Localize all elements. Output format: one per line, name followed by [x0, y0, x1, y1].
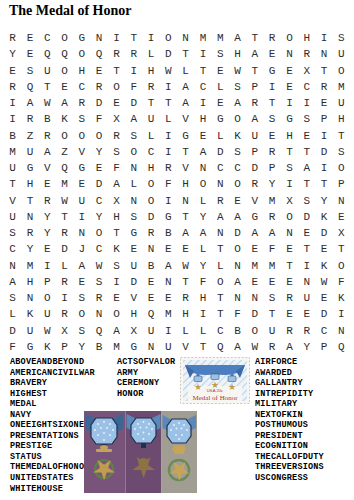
grid-cell-r7c6[interactable]: O	[90, 128, 107, 144]
grid-cell-r11c10[interactable]: I	[160, 193, 177, 209]
grid-cell-r18c16[interactable]: T	[263, 306, 280, 322]
grid-cell-r9c5[interactable]: G	[73, 160, 90, 176]
grid-cell-r14c11[interactable]: E	[177, 241, 194, 257]
grid-cell-r4c8[interactable]: F	[125, 79, 142, 95]
grid-cell-r11c1[interactable]: V	[4, 193, 21, 209]
grid-cell-r7c14[interactable]: K	[229, 128, 246, 144]
grid-cell-r12c4[interactable]: T	[56, 209, 73, 225]
grid-cell-r3c8[interactable]: I	[125, 63, 142, 79]
grid-cell-r16c3[interactable]: P	[39, 274, 56, 290]
grid-cell-r13c16[interactable]: A	[263, 225, 280, 241]
grid-cell-r14c17[interactable]: E	[281, 241, 298, 257]
grid-cell-r8c16[interactable]: R	[263, 144, 280, 160]
grid-cell-r8c9[interactable]: C	[142, 144, 159, 160]
grid-cell-r17c2[interactable]: N	[21, 290, 38, 306]
grid-cell-r10c5[interactable]: E	[73, 176, 90, 192]
grid-cell-r7c9[interactable]: L	[142, 128, 159, 144]
grid-cell-r2c9[interactable]: L	[142, 46, 159, 62]
grid-cell-r2c8[interactable]: R	[125, 46, 142, 62]
grid-cell-r7c3[interactable]: R	[39, 128, 56, 144]
grid-cell-r9c3[interactable]: V	[39, 160, 56, 176]
grid-cell-r10c8[interactable]: L	[125, 176, 142, 192]
grid-cell-r7c18[interactable]: E	[298, 128, 315, 144]
grid-cell-r2c18[interactable]: R	[298, 46, 315, 62]
grid-cell-r8c6[interactable]: Y	[90, 144, 107, 160]
grid-cell-r5c9[interactable]: T	[142, 95, 159, 111]
grid-cell-r6c1[interactable]: I	[4, 111, 21, 127]
grid-cell-r19c18[interactable]: R	[298, 323, 315, 339]
grid-cell-r16c18[interactable]: N	[298, 274, 315, 290]
grid-cell-r14c18[interactable]: T	[298, 241, 315, 257]
grid-cell-r19c6[interactable]: Q	[90, 323, 107, 339]
grid-cell-r7c19[interactable]: I	[315, 128, 332, 144]
grid-cell-r1c9[interactable]: I	[142, 30, 159, 46]
grid-cell-r18c7[interactable]: O	[108, 306, 125, 322]
grid-cell-r9c20[interactable]: O	[333, 160, 350, 176]
grid-cell-r11c16[interactable]: M	[263, 193, 280, 209]
grid-cell-r14c15[interactable]: E	[246, 241, 263, 257]
grid-cell-r19c2[interactable]: U	[21, 323, 38, 339]
grid-cell-r15c6[interactable]: W	[90, 258, 107, 274]
grid-cell-r9c18[interactable]: A	[298, 160, 315, 176]
grid-cell-r19c17[interactable]: R	[281, 323, 298, 339]
grid-cell-r19c7[interactable]: A	[108, 323, 125, 339]
grid-cell-r2c15[interactable]: A	[246, 46, 263, 62]
grid-cell-r13c8[interactable]: G	[125, 225, 142, 241]
grid-cell-r13c20[interactable]: X	[333, 225, 350, 241]
grid-cell-r6c19[interactable]: P	[315, 111, 332, 127]
grid-cell-r2c12[interactable]: I	[194, 46, 211, 62]
grid-cell-r16c8[interactable]: D	[125, 274, 142, 290]
grid-cell-r5c10[interactable]: T	[160, 95, 177, 111]
grid-cell-r19c5[interactable]: S	[73, 323, 90, 339]
grid-cell-r18c8[interactable]: H	[125, 306, 142, 322]
grid-cell-r10c4[interactable]: M	[56, 176, 73, 192]
grid-cell-r14c9[interactable]: N	[142, 241, 159, 257]
grid-cell-r1c6[interactable]: N	[90, 30, 107, 46]
grid-cell-r6c17[interactable]: G	[281, 111, 298, 127]
grid-cell-r20c2[interactable]: G	[21, 339, 38, 355]
grid-cell-r20c18[interactable]: Y	[298, 339, 315, 355]
grid-cell-r1c14[interactable]: A	[229, 30, 246, 46]
grid-cell-r13c11[interactable]: A	[177, 225, 194, 241]
grid-cell-r9c17[interactable]: S	[281, 160, 298, 176]
grid-cell-r14c8[interactable]: E	[125, 241, 142, 257]
grid-cell-r7c7[interactable]: R	[108, 128, 125, 144]
grid-cell-r13c19[interactable]: D	[315, 225, 332, 241]
grid-cell-r14c12[interactable]: L	[194, 241, 211, 257]
grid-cell-r9c13[interactable]: C	[212, 160, 229, 176]
grid-cell-r20c14[interactable]: A	[229, 339, 246, 355]
grid-cell-r5c1[interactable]: I	[4, 95, 21, 111]
grid-cell-r4c6[interactable]: R	[90, 79, 107, 95]
grid-cell-r3c14[interactable]: W	[229, 63, 246, 79]
grid-cell-r12c17[interactable]: O	[281, 209, 298, 225]
grid-cell-r13c2[interactable]: R	[21, 225, 38, 241]
grid-cell-r3c3[interactable]: U	[39, 63, 56, 79]
grid-cell-r11c8[interactable]: N	[125, 193, 142, 209]
grid-cell-r17c9[interactable]: E	[142, 290, 159, 306]
grid-cell-r3c6[interactable]: E	[90, 63, 107, 79]
grid-cell-r18c9[interactable]: Q	[142, 306, 159, 322]
grid-cell-r13c3[interactable]: Y	[39, 225, 56, 241]
grid-cell-r2c14[interactable]: H	[229, 46, 246, 62]
grid-cell-r18c4[interactable]: R	[56, 306, 73, 322]
grid-cell-r5c3[interactable]: W	[39, 95, 56, 111]
grid-cell-r18c3[interactable]: U	[39, 306, 56, 322]
grid-cell-r6c11[interactable]: V	[177, 111, 194, 127]
grid-cell-r11c6[interactable]: C	[90, 193, 107, 209]
grid-cell-r18c2[interactable]: K	[21, 306, 38, 322]
grid-cell-r5c12[interactable]: I	[194, 95, 211, 111]
grid-cell-r6c2[interactable]: R	[21, 111, 38, 127]
grid-cell-r9c14[interactable]: C	[229, 160, 246, 176]
grid-cell-r20c7[interactable]: M	[108, 339, 125, 355]
grid-cell-r9c7[interactable]: F	[108, 160, 125, 176]
grid-cell-r16c10[interactable]: N	[160, 274, 177, 290]
grid-cell-r2c11[interactable]: T	[177, 46, 194, 62]
grid-cell-r17c6[interactable]: R	[90, 290, 107, 306]
grid-cell-r18c13[interactable]: T	[212, 306, 229, 322]
grid-cell-r5c8[interactable]: D	[125, 95, 142, 111]
grid-cell-r1c4[interactable]: O	[56, 30, 73, 46]
grid-cell-r12c18[interactable]: D	[298, 209, 315, 225]
grid-cell-r13c12[interactable]: A	[194, 225, 211, 241]
grid-cell-r7c17[interactable]: H	[281, 128, 298, 144]
grid-cell-r10c12[interactable]: O	[194, 176, 211, 192]
grid-cell-r10c15[interactable]: R	[246, 176, 263, 192]
grid-cell-r18c6[interactable]: N	[90, 306, 107, 322]
grid-cell-r19c11[interactable]: L	[177, 323, 194, 339]
grid-cell-r8c15[interactable]: P	[246, 144, 263, 160]
grid-cell-r8c18[interactable]: T	[298, 144, 315, 160]
grid-cell-r17c1[interactable]: S	[4, 290, 21, 306]
grid-cell-r15c9[interactable]: B	[142, 258, 159, 274]
grid-cell-r5c17[interactable]: I	[281, 95, 298, 111]
grid-cell-r14c10[interactable]: E	[160, 241, 177, 257]
grid-cell-r16c16[interactable]: E	[263, 274, 280, 290]
grid-cell-r2c1[interactable]: Y	[4, 46, 21, 62]
grid-cell-r16c6[interactable]: S	[90, 274, 107, 290]
grid-cell-r17c5[interactable]: S	[73, 290, 90, 306]
grid-cell-r12c3[interactable]: Y	[39, 209, 56, 225]
grid-cell-r3c16[interactable]: G	[263, 63, 280, 79]
grid-cell-r7c8[interactable]: S	[125, 128, 142, 144]
grid-cell-r1c19[interactable]: I	[315, 30, 332, 46]
grid-cell-r13c1[interactable]: S	[4, 225, 21, 241]
grid-cell-r18c20[interactable]: I	[333, 306, 350, 322]
grid-cell-r7c15[interactable]: U	[246, 128, 263, 144]
grid-cell-r15c12[interactable]: Y	[194, 258, 211, 274]
grid-cell-r14c5[interactable]: J	[73, 241, 90, 257]
grid-cell-r17c11[interactable]: R	[177, 290, 194, 306]
grid-cell-r13c7[interactable]: T	[108, 225, 125, 241]
grid-cell-r3c19[interactable]: T	[315, 63, 332, 79]
grid-cell-r12c15[interactable]: G	[246, 209, 263, 225]
grid-cell-r18c1[interactable]: L	[4, 306, 21, 322]
grid-cell-r18c5[interactable]: O	[73, 306, 90, 322]
grid-cell-r2c19[interactable]: N	[315, 46, 332, 62]
grid-cell-r18c19[interactable]: D	[315, 306, 332, 322]
grid-cell-r10c17[interactable]: I	[281, 176, 298, 192]
grid-cell-r14c1[interactable]: C	[4, 241, 21, 257]
grid-cell-r6c14[interactable]: O	[229, 111, 246, 127]
grid-cell-r12c8[interactable]: S	[125, 209, 142, 225]
grid-cell-r6c7[interactable]: X	[108, 111, 125, 127]
grid-cell-r3c17[interactable]: E	[281, 63, 298, 79]
grid-cell-r9c1[interactable]: U	[4, 160, 21, 176]
grid-cell-r1c1[interactable]: R	[4, 30, 21, 46]
grid-cell-r1c2[interactable]: E	[21, 30, 38, 46]
grid-cell-r20c1[interactable]: F	[4, 339, 21, 355]
grid-cell-r20c13[interactable]: Q	[212, 339, 229, 355]
grid-cell-r11c9[interactable]: O	[142, 193, 159, 209]
grid-cell-r4c11[interactable]: A	[177, 79, 194, 95]
grid-cell-r13c15[interactable]: A	[246, 225, 263, 241]
grid-cell-r16c14[interactable]: A	[229, 274, 246, 290]
grid-cell-r1c12[interactable]: M	[194, 30, 211, 46]
grid-cell-r14c3[interactable]: E	[39, 241, 56, 257]
grid-cell-r12c5[interactable]: I	[73, 209, 90, 225]
grid-cell-r16c9[interactable]: E	[142, 274, 159, 290]
grid-cell-r8c17[interactable]: T	[281, 144, 298, 160]
grid-cell-r17c3[interactable]: O	[39, 290, 56, 306]
grid-cell-r16c12[interactable]: F	[194, 274, 211, 290]
grid-cell-r8c20[interactable]: S	[333, 144, 350, 160]
grid-cell-r16c5[interactable]: E	[73, 274, 90, 290]
grid-cell-r10c11[interactable]: H	[177, 176, 194, 192]
grid-cell-r11c2[interactable]: T	[21, 193, 38, 209]
grid-cell-r20c10[interactable]: U	[160, 339, 177, 355]
grid-cell-r3c18[interactable]: X	[298, 63, 315, 79]
grid-cell-r14c6[interactable]: C	[90, 241, 107, 257]
grid-cell-r20c16[interactable]: R	[263, 339, 280, 355]
grid-cell-r1c20[interactable]: S	[333, 30, 350, 46]
grid-cell-r8c4[interactable]: Z	[56, 144, 73, 160]
grid-cell-r5c19[interactable]: E	[315, 95, 332, 111]
grid-cell-r11c19[interactable]: Y	[315, 193, 332, 209]
grid-cell-r1c13[interactable]: M	[212, 30, 229, 46]
grid-cell-r9c11[interactable]: V	[177, 160, 194, 176]
grid-cell-r11c7[interactable]: X	[108, 193, 125, 209]
grid-cell-r17c19[interactable]: E	[315, 290, 332, 306]
grid-cell-r12c7[interactable]: H	[108, 209, 125, 225]
grid-cell-r20c17[interactable]: A	[281, 339, 298, 355]
grid-cell-r13c14[interactable]: D	[229, 225, 246, 241]
grid-cell-r17c20[interactable]: K	[333, 290, 350, 306]
grid-cell-r3c4[interactable]: O	[56, 63, 73, 79]
grid-cell-r4c16[interactable]: I	[263, 79, 280, 95]
grid-cell-r15c5[interactable]: A	[73, 258, 90, 274]
grid-cell-r20c20[interactable]: Q	[333, 339, 350, 355]
grid-cell-r10c9[interactable]: O	[142, 176, 159, 192]
grid-cell-r11c12[interactable]: L	[194, 193, 211, 209]
grid-cell-r9c16[interactable]: P	[263, 160, 280, 176]
grid-cell-r13c9[interactable]: R	[142, 225, 159, 241]
grid-cell-r13c4[interactable]: R	[56, 225, 73, 241]
grid-cell-r18c12[interactable]: I	[194, 306, 211, 322]
grid-cell-r3c13[interactable]: E	[212, 63, 229, 79]
grid-cell-r17c18[interactable]: U	[298, 290, 315, 306]
grid-cell-r5c4[interactable]: A	[56, 95, 73, 111]
grid-cell-r19c4[interactable]: X	[56, 323, 73, 339]
grid-cell-r6c18[interactable]: S	[298, 111, 315, 127]
grid-cell-r3c10[interactable]: W	[160, 63, 177, 79]
grid-cell-r1c8[interactable]: T	[125, 30, 142, 46]
grid-cell-r7c16[interactable]: E	[263, 128, 280, 144]
grid-cell-r7c1[interactable]: B	[4, 128, 21, 144]
grid-cell-r7c20[interactable]: T	[333, 128, 350, 144]
grid-cell-r4c3[interactable]: T	[39, 79, 56, 95]
grid-cell-r8c12[interactable]: A	[194, 144, 211, 160]
grid-cell-r5c6[interactable]: D	[90, 95, 107, 111]
grid-cell-r12c11[interactable]: T	[177, 209, 194, 225]
grid-cell-r2c7[interactable]: R	[108, 46, 125, 62]
grid-cell-r15c16[interactable]: M	[263, 258, 280, 274]
grid-cell-r6c8[interactable]: A	[125, 111, 142, 127]
grid-cell-r13c6[interactable]: O	[90, 225, 107, 241]
grid-cell-r10c16[interactable]: Y	[263, 176, 280, 192]
grid-cell-r6c16[interactable]: S	[263, 111, 280, 127]
grid-cell-r6c3[interactable]: B	[39, 111, 56, 127]
grid-cell-r17c17[interactable]: R	[281, 290, 298, 306]
grid-cell-r2c20[interactable]: U	[333, 46, 350, 62]
grid-cell-r8c7[interactable]: S	[108, 144, 125, 160]
grid-cell-r19c9[interactable]: U	[142, 323, 159, 339]
grid-cell-r20c12[interactable]: T	[194, 339, 211, 355]
grid-cell-r3c2[interactable]: S	[21, 63, 38, 79]
grid-cell-r17c15[interactable]: N	[246, 290, 263, 306]
grid-cell-r15c17[interactable]: T	[281, 258, 298, 274]
grid-cell-r13c18[interactable]: E	[298, 225, 315, 241]
grid-cell-r12c14[interactable]: A	[229, 209, 246, 225]
grid-cell-r5c14[interactable]: A	[229, 95, 246, 111]
grid-cell-r15c8[interactable]: U	[125, 258, 142, 274]
grid-cell-r5c5[interactable]: R	[73, 95, 90, 111]
grid-cell-r4c4[interactable]: E	[56, 79, 73, 95]
grid-cell-r15c7[interactable]: S	[108, 258, 125, 274]
grid-cell-r15c13[interactable]: L	[212, 258, 229, 274]
grid-cell-r8c3[interactable]: A	[39, 144, 56, 160]
grid-cell-r16c11[interactable]: T	[177, 274, 194, 290]
grid-cell-r5c20[interactable]: U	[333, 95, 350, 111]
grid-cell-r20c5[interactable]: Y	[73, 339, 90, 355]
grid-cell-r5c18[interactable]: I	[298, 95, 315, 111]
grid-cell-r5c16[interactable]: T	[263, 95, 280, 111]
grid-cell-r12c9[interactable]: D	[142, 209, 159, 225]
grid-cell-r19c20[interactable]: N	[333, 323, 350, 339]
grid-cell-r17c13[interactable]: T	[212, 290, 229, 306]
grid-cell-r18c10[interactable]: M	[160, 306, 177, 322]
grid-cell-r1c10[interactable]: O	[160, 30, 177, 46]
grid-cell-r9c19[interactable]: I	[315, 160, 332, 176]
grid-cell-r15c14[interactable]: N	[229, 258, 246, 274]
grid-cell-r6c5[interactable]: S	[73, 111, 90, 127]
grid-cell-r10c14[interactable]: O	[229, 176, 246, 192]
grid-cell-r14c7[interactable]: K	[108, 241, 125, 257]
grid-cell-r5c7[interactable]: E	[108, 95, 125, 111]
grid-cell-r11c20[interactable]: N	[333, 193, 350, 209]
grid-cell-r9c4[interactable]: Q	[56, 160, 73, 176]
grid-cell-r20c9[interactable]: N	[142, 339, 159, 355]
grid-cell-r8c5[interactable]: V	[73, 144, 90, 160]
grid-cell-r20c19[interactable]: P	[315, 339, 332, 355]
grid-cell-r19c15[interactable]: O	[246, 323, 263, 339]
grid-cell-r1c3[interactable]: C	[39, 30, 56, 46]
grid-cell-r7c2[interactable]: Z	[21, 128, 38, 144]
grid-cell-r11c14[interactable]: E	[229, 193, 246, 209]
grid-cell-r1c5[interactable]: G	[73, 30, 90, 46]
grid-cell-r2c10[interactable]: D	[160, 46, 177, 62]
grid-cell-r2c17[interactable]: N	[281, 46, 298, 62]
grid-cell-r9c6[interactable]: E	[90, 160, 107, 176]
grid-cell-r6c13[interactable]: G	[212, 111, 229, 127]
grid-cell-r7c10[interactable]: I	[160, 128, 177, 144]
grid-cell-r1c7[interactable]: I	[108, 30, 125, 46]
grid-cell-r15c10[interactable]: A	[160, 258, 177, 274]
grid-cell-r18c17[interactable]: E	[281, 306, 298, 322]
grid-cell-r2c6[interactable]: Q	[90, 46, 107, 62]
grid-cell-r4c13[interactable]: L	[212, 79, 229, 95]
grid-cell-r15c20[interactable]: O	[333, 258, 350, 274]
grid-cell-r19c16[interactable]: U	[263, 323, 280, 339]
grid-cell-r8c11[interactable]: T	[177, 144, 194, 160]
grid-cell-r18c15[interactable]: D	[246, 306, 263, 322]
grid-cell-r10c6[interactable]: D	[90, 176, 107, 192]
grid-cell-r10c20[interactable]: P	[333, 176, 350, 192]
grid-cell-r7c13[interactable]: L	[212, 128, 229, 144]
grid-cell-r6c4[interactable]: K	[56, 111, 73, 127]
grid-cell-r16c2[interactable]: H	[21, 274, 38, 290]
grid-cell-r15c4[interactable]: L	[56, 258, 73, 274]
grid-cell-r12c16[interactable]: R	[263, 209, 280, 225]
grid-cell-r9c12[interactable]: N	[194, 160, 211, 176]
grid-cell-r18c18[interactable]: E	[298, 306, 315, 322]
grid-cell-r15c3[interactable]: I	[39, 258, 56, 274]
grid-cell-r5c15[interactable]: R	[246, 95, 263, 111]
grid-cell-r8c13[interactable]: D	[212, 144, 229, 160]
grid-cell-r11c18[interactable]: S	[298, 193, 315, 209]
grid-cell-r8c1[interactable]: M	[4, 144, 21, 160]
grid-cell-r14c20[interactable]: T	[333, 241, 350, 257]
grid-cell-r17c10[interactable]: E	[160, 290, 177, 306]
grid-cell-r2c3[interactable]: Q	[39, 46, 56, 62]
grid-cell-r4c1[interactable]: R	[4, 79, 21, 95]
grid-cell-r15c1[interactable]: N	[4, 258, 21, 274]
grid-cell-r3c9[interactable]: H	[142, 63, 159, 79]
grid-cell-r4c17[interactable]: E	[281, 79, 298, 95]
grid-cell-r8c14[interactable]: S	[229, 144, 246, 160]
grid-cell-r15c19[interactable]: K	[315, 258, 332, 274]
grid-cell-r9c15[interactable]: D	[246, 160, 263, 176]
grid-cell-r11c17[interactable]: X	[281, 193, 298, 209]
grid-cell-r16c7[interactable]: I	[108, 274, 125, 290]
grid-cell-r12c13[interactable]: A	[212, 209, 229, 225]
grid-cell-r18c14[interactable]: F	[229, 306, 246, 322]
grid-cell-r7c12[interactable]: E	[194, 128, 211, 144]
grid-cell-r18c11[interactable]: H	[177, 306, 194, 322]
grid-cell-r14c16[interactable]: F	[263, 241, 280, 257]
grid-cell-r11c11[interactable]: N	[177, 193, 194, 209]
grid-cell-r16c4[interactable]: R	[56, 274, 73, 290]
grid-cell-r16c20[interactable]: F	[333, 274, 350, 290]
grid-cell-r2c2[interactable]: E	[21, 46, 38, 62]
grid-cell-r12c10[interactable]: G	[160, 209, 177, 225]
grid-cell-r4c15[interactable]: P	[246, 79, 263, 95]
grid-cell-r16c1[interactable]: A	[4, 274, 21, 290]
grid-cell-r14c14[interactable]: O	[229, 241, 246, 257]
grid-cell-r2c13[interactable]: S	[212, 46, 229, 62]
